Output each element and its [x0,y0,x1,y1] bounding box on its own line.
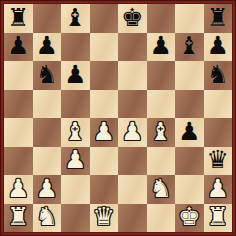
square-h1[interactable]: ♜ [204,204,233,233]
square-f8[interactable] [147,4,176,33]
black-pawn-h7[interactable]: ♟ [207,33,229,58]
black-pawn-c6[interactable]: ♟ [64,62,86,87]
white-pawn-h2[interactable]: ♟ [207,176,229,201]
square-f7[interactable]: ♟ [147,33,176,62]
black-pawn-f7[interactable]: ♟ [150,33,172,58]
black-knight-b6[interactable]: ♞ [36,62,58,87]
white-pawn-c3[interactable]: ♟ [64,147,86,172]
black-pawn-g4[interactable]: ♟ [178,119,200,144]
square-h5[interactable] [204,90,233,119]
square-b8[interactable] [33,4,62,33]
square-c1[interactable] [61,204,90,233]
square-b4[interactable] [33,118,62,147]
square-f6[interactable] [147,61,176,90]
square-e3[interactable] [118,147,147,176]
square-c2[interactable] [61,175,90,204]
square-h8[interactable]: ♜ [204,4,233,33]
square-c8[interactable]: ♝ [61,4,90,33]
square-b1[interactable]: ♞ [33,204,62,233]
square-d3[interactable] [90,147,119,176]
square-e8[interactable]: ♚ [118,4,147,33]
square-a1[interactable]: ♜ [4,204,33,233]
chess-board: ♜♝♚♜♟♟♟♝♟♞♟♞♝♟♟♝♟♟♛♟♟♞♟♜♞♛♚♜ [4,4,232,232]
black-bishop-c8[interactable]: ♝ [64,5,86,30]
square-g8[interactable] [175,4,204,33]
square-h6[interactable]: ♞ [204,61,233,90]
square-g1[interactable]: ♚ [175,204,204,233]
white-rook-a1[interactable]: ♜ [7,204,29,229]
square-d7[interactable] [90,33,119,62]
white-pawn-e4[interactable]: ♟ [121,119,143,144]
square-f3[interactable] [147,147,176,176]
square-h3[interactable]: ♛ [204,147,233,176]
square-b6[interactable]: ♞ [33,61,62,90]
black-pawn-b7[interactable]: ♟ [36,33,58,58]
square-f2[interactable]: ♞ [147,175,176,204]
square-d2[interactable] [90,175,119,204]
square-e4[interactable]: ♟ [118,118,147,147]
square-e1[interactable] [118,204,147,233]
square-b3[interactable] [33,147,62,176]
square-a2[interactable]: ♟ [4,175,33,204]
black-pawn-a7[interactable]: ♟ [7,33,29,58]
square-d8[interactable] [90,4,119,33]
square-e2[interactable] [118,175,147,204]
square-c7[interactable] [61,33,90,62]
black-knight-h6[interactable]: ♞ [207,62,229,87]
white-knight-f2[interactable]: ♞ [150,176,172,201]
square-a3[interactable] [4,147,33,176]
square-f5[interactable] [147,90,176,119]
square-h4[interactable] [204,118,233,147]
square-a8[interactable]: ♜ [4,4,33,33]
square-g7[interactable]: ♝ [175,33,204,62]
square-g4[interactable]: ♟ [175,118,204,147]
white-bishop-f4[interactable]: ♝ [150,119,172,144]
square-a4[interactable] [4,118,33,147]
square-g3[interactable] [175,147,204,176]
black-rook-a8[interactable]: ♜ [7,5,29,30]
square-d4[interactable]: ♟ [90,118,119,147]
black-king-e8[interactable]: ♚ [121,5,143,30]
square-g5[interactable] [175,90,204,119]
white-queen-d1[interactable]: ♛ [93,204,115,229]
square-d6[interactable] [90,61,119,90]
square-f4[interactable]: ♝ [147,118,176,147]
square-e6[interactable] [118,61,147,90]
black-bishop-g7[interactable]: ♝ [178,33,200,58]
square-f1[interactable] [147,204,176,233]
square-c6[interactable]: ♟ [61,61,90,90]
square-g6[interactable] [175,61,204,90]
square-c4[interactable]: ♝ [61,118,90,147]
square-b2[interactable]: ♟ [33,175,62,204]
square-c3[interactable]: ♟ [61,147,90,176]
square-b5[interactable] [33,90,62,119]
square-a6[interactable] [4,61,33,90]
white-pawn-b2[interactable]: ♟ [36,176,58,201]
white-pawn-d4[interactable]: ♟ [93,119,115,144]
white-knight-b1[interactable]: ♞ [36,204,58,229]
square-d5[interactable] [90,90,119,119]
square-h2[interactable]: ♟ [204,175,233,204]
white-bishop-c4[interactable]: ♝ [64,119,86,144]
square-a7[interactable]: ♟ [4,33,33,62]
square-c5[interactable] [61,90,90,119]
white-rook-h1[interactable]: ♜ [207,204,229,229]
square-e7[interactable] [118,33,147,62]
black-queen-h3[interactable]: ♛ [207,147,229,172]
square-d1[interactable]: ♛ [90,204,119,233]
square-a5[interactable] [4,90,33,119]
square-e5[interactable] [118,90,147,119]
square-b7[interactable]: ♟ [33,33,62,62]
square-h7[interactable]: ♟ [204,33,233,62]
white-king-g1[interactable]: ♚ [178,204,200,229]
black-rook-h8[interactable]: ♜ [207,5,229,30]
white-pawn-a2[interactable]: ♟ [7,176,29,201]
square-g2[interactable] [175,175,204,204]
